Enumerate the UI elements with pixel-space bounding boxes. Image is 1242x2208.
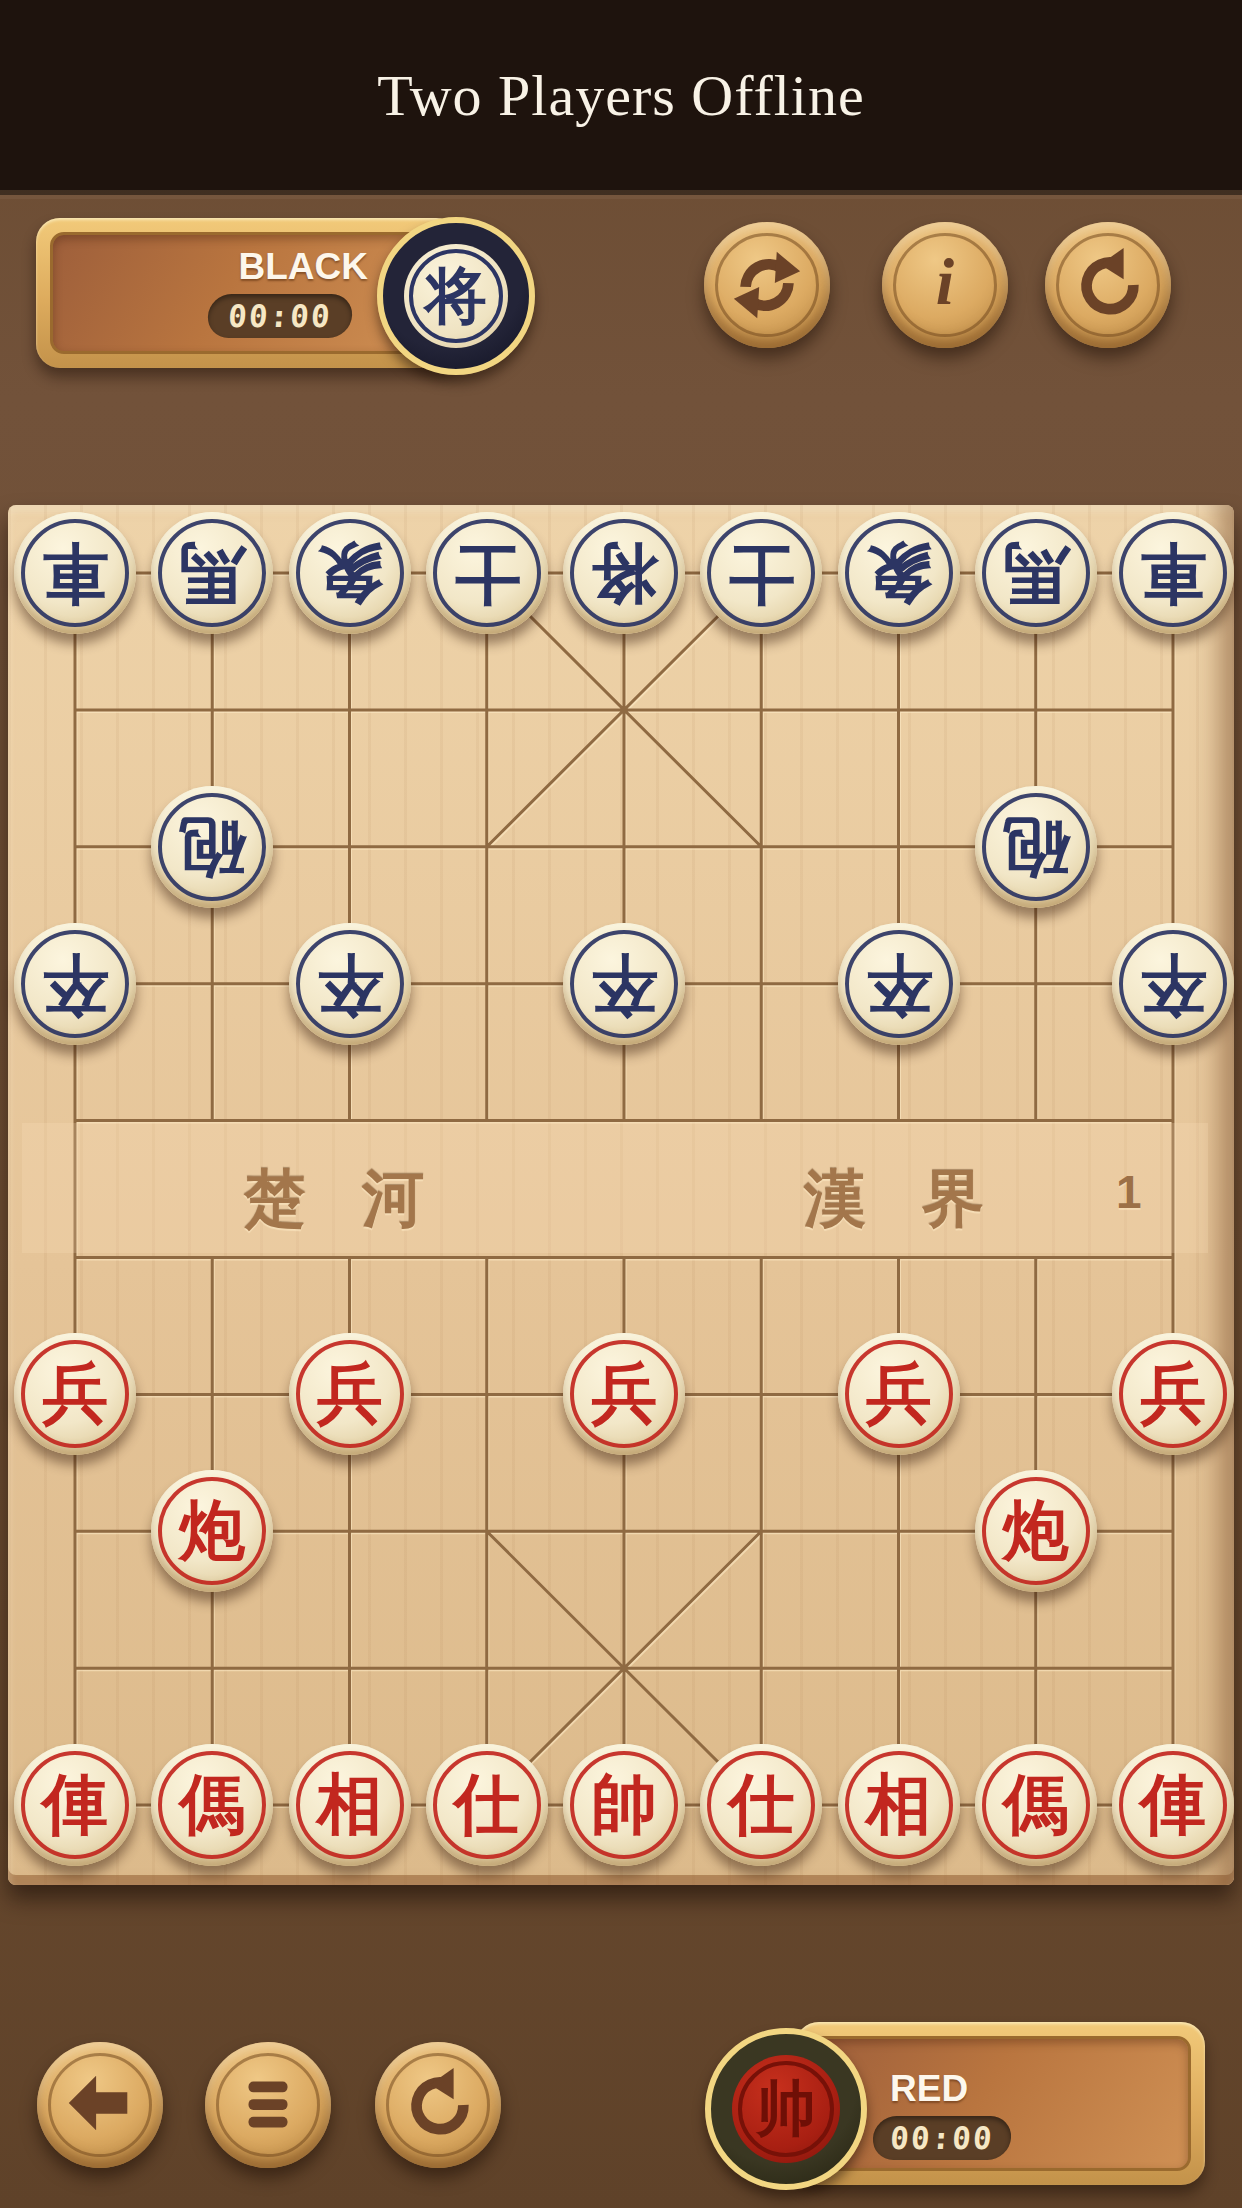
info-button[interactable]: i: [882, 222, 1008, 348]
xiangqi-piece-red[interactable]: 兵: [14, 1333, 136, 1455]
black-player-badge: 将: [377, 217, 535, 375]
xiangqi-piece-black[interactable]: 卒: [14, 923, 136, 1045]
piece-glyph: 卒: [1140, 951, 1206, 1017]
menu-icon: [229, 2066, 307, 2144]
xiangqi-piece-black[interactable]: 卒: [838, 923, 960, 1045]
xiangqi-piece-red[interactable]: 仕: [426, 1744, 548, 1866]
red-player-name: RED: [890, 2068, 968, 2110]
river-label-left: 楚河: [244, 1157, 480, 1241]
back-button[interactable]: [37, 2042, 163, 2168]
piece-glyph: 兵: [42, 1361, 108, 1427]
xiangqi-piece-black[interactable]: 象: [838, 512, 960, 634]
piece-glyph: 砲: [1003, 814, 1069, 880]
swap-sides-button[interactable]: [704, 222, 830, 348]
piece-glyph: 傌: [179, 1772, 245, 1838]
xiangqi-piece-black[interactable]: 砲: [151, 786, 273, 908]
xiangqi-piece-red[interactable]: 相: [838, 1744, 960, 1866]
piece-glyph: 帥: [591, 1772, 657, 1838]
xiangqi-piece-black[interactable]: 卒: [1112, 923, 1234, 1045]
xiangqi-piece-red[interactable]: 仕: [700, 1744, 822, 1866]
xiangqi-piece-red[interactable]: 炮: [975, 1470, 1097, 1592]
page-title: Two Players Offline: [377, 62, 864, 129]
red-player-badge: 帅: [705, 2028, 867, 2190]
piece-glyph: 相: [317, 1772, 383, 1838]
xiangqi-piece-red[interactable]: 帥: [563, 1744, 685, 1866]
xiangqi-piece-black[interactable]: 車: [14, 512, 136, 634]
piece-glyph: 砲: [179, 814, 245, 880]
app-screen: Two Players Offline BLACK 00:00 将 i 楚河: [0, 0, 1242, 2208]
piece-glyph: 象: [866, 540, 932, 606]
piece-glyph: 仕: [728, 1772, 794, 1838]
piece-glyph: 卒: [591, 951, 657, 1017]
piece-glyph: 兵: [317, 1361, 383, 1427]
xiangqi-piece-red[interactable]: 傌: [151, 1744, 273, 1866]
piece-glyph: 車: [42, 540, 108, 606]
xiangqi-piece-red[interactable]: 俥: [14, 1744, 136, 1866]
piece-glyph: 兵: [866, 1361, 932, 1427]
xiangqi-piece-black[interactable]: 象: [289, 512, 411, 634]
piece-glyph: 将: [591, 540, 657, 606]
piece-glyph: 炮: [1003, 1498, 1069, 1564]
black-general-glyph: 将: [425, 254, 487, 338]
piece-glyph: 傌: [1003, 1772, 1069, 1838]
xiangqi-piece-red[interactable]: 兵: [1112, 1333, 1234, 1455]
river-label-right: 漢界: [804, 1157, 1040, 1241]
piece-glyph: 車: [1140, 540, 1206, 606]
piece-glyph: 士: [728, 540, 794, 606]
black-player-name: BLACK: [239, 246, 368, 288]
xiangqi-piece-black[interactable]: 馬: [151, 512, 273, 634]
red-general-piece-icon: 帅: [732, 2055, 840, 2163]
swap-sides-icon: [728, 246, 806, 324]
xiangqi-piece-red[interactable]: 俥: [1112, 1744, 1234, 1866]
piece-glyph: 炮: [179, 1498, 245, 1564]
undo-button[interactable]: [1045, 222, 1171, 348]
xiangqi-piece-black[interactable]: 卒: [563, 923, 685, 1045]
xiangqi-piece-black[interactable]: 馬: [975, 512, 1097, 634]
xiangqi-piece-black[interactable]: 将: [563, 512, 685, 634]
xiangqi-board[interactable]: 楚河 漢界 1 車馬象士将士象馬車砲砲卒卒卒卒卒兵兵兵兵兵炮炮俥傌相仕帥仕相傌俥: [8, 505, 1234, 1885]
move-number: 1: [1116, 1165, 1142, 1219]
xiangqi-piece-black[interactable]: 車: [1112, 512, 1234, 634]
piece-glyph: 相: [866, 1772, 932, 1838]
xiangqi-piece-black[interactable]: 卒: [289, 923, 411, 1045]
xiangqi-piece-red[interactable]: 相: [289, 1744, 411, 1866]
piece-glyph: 卒: [42, 951, 108, 1017]
piece-glyph: 卒: [866, 951, 932, 1017]
back-arrow-icon: [61, 2066, 139, 2144]
xiangqi-piece-black[interactable]: 砲: [975, 786, 1097, 908]
xiangqi-piece-red[interactable]: 兵: [289, 1333, 411, 1455]
red-player-clock: 00:00: [871, 2116, 1012, 2160]
piece-glyph: 俥: [1140, 1772, 1206, 1838]
xiangqi-piece-red[interactable]: 炮: [151, 1470, 273, 1592]
undo-icon: [1069, 246, 1147, 324]
header-bar: Two Players Offline: [0, 0, 1242, 190]
xiangqi-piece-red[interactable]: 兵: [838, 1333, 960, 1455]
xiangqi-piece-black[interactable]: 士: [700, 512, 822, 634]
piece-glyph: 俥: [42, 1772, 108, 1838]
piece-glyph: 馬: [1003, 540, 1069, 606]
black-general-piece-icon: 将: [404, 244, 508, 348]
restart-icon: [399, 2066, 477, 2144]
piece-glyph: 卒: [317, 951, 383, 1017]
info-icon: i: [936, 249, 954, 315]
red-general-glyph: 帅: [756, 2069, 816, 2150]
xiangqi-piece-black[interactable]: 士: [426, 512, 548, 634]
piece-glyph: 兵: [1140, 1361, 1206, 1427]
piece-glyph: 士: [454, 540, 520, 606]
restart-button[interactable]: [375, 2042, 501, 2168]
xiangqi-piece-red[interactable]: 兵: [563, 1333, 685, 1455]
xiangqi-piece-red[interactable]: 傌: [975, 1744, 1097, 1866]
piece-glyph: 仕: [454, 1772, 520, 1838]
piece-glyph: 兵: [591, 1361, 657, 1427]
piece-glyph: 象: [317, 540, 383, 606]
menu-button[interactable]: [205, 2042, 331, 2168]
piece-glyph: 馬: [179, 540, 245, 606]
black-player-clock: 00:00: [206, 294, 353, 338]
